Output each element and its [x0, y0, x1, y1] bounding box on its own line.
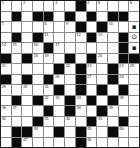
clue-number: 12	[76, 33, 80, 37]
white-cell[interactable]	[129, 127, 139, 137]
white-cell[interactable]	[87, 22, 97, 32]
black-cell	[22, 54, 32, 64]
white-cell[interactable]	[33, 85, 43, 95]
white-cell[interactable]	[54, 106, 64, 116]
white-cell[interactable]	[22, 64, 32, 74]
white-cell[interactable]: 16	[33, 43, 43, 53]
white-cell[interactable]: 23	[87, 64, 97, 74]
symbol-cell[interactable]: ⊙	[129, 33, 139, 43]
symbol-cell[interactable]: ▪	[129, 22, 139, 32]
black-cell	[65, 106, 75, 116]
white-cell[interactable]	[97, 12, 107, 22]
white-cell[interactable]	[33, 64, 43, 74]
white-cell[interactable]: 39	[108, 106, 118, 116]
white-cell[interactable]	[97, 64, 107, 74]
clue-number: 16	[34, 43, 38, 47]
clue-number: 32	[44, 96, 48, 100]
black-cell	[108, 96, 118, 106]
black-cell	[108, 127, 118, 137]
white-cell[interactable]: 41	[44, 117, 54, 127]
clue-number: 14	[2, 43, 6, 47]
black-cell	[87, 54, 97, 64]
clue-number: 17	[55, 43, 59, 47]
black-cell	[44, 75, 54, 85]
black-cell	[76, 85, 86, 95]
white-cell[interactable]	[129, 117, 139, 127]
white-cell[interactable]	[65, 43, 75, 53]
clue-number: 44	[34, 127, 38, 131]
black-cell	[33, 12, 43, 22]
white-cell[interactable]: 6	[129, 1, 139, 11]
white-cell[interactable]: 10	[108, 22, 118, 32]
clue-number: 45	[87, 127, 91, 131]
black-cell	[12, 138, 22, 148]
black-cell	[87, 33, 97, 43]
white-cell[interactable]: 2	[22, 1, 32, 11]
clue-number: 18	[34, 54, 38, 58]
clue-number: 1	[2, 1, 4, 5]
clue-number: 27	[87, 75, 91, 79]
white-cell[interactable]	[22, 43, 32, 53]
white-cell[interactable]	[12, 22, 22, 32]
white-cell[interactable]	[65, 138, 75, 148]
white-cell[interactable]: 34	[76, 96, 86, 106]
clue-number: 34	[76, 96, 80, 100]
white-cell[interactable]: 30	[22, 85, 32, 95]
black-cell	[65, 96, 75, 106]
white-cell[interactable]	[12, 85, 22, 95]
clue-number: 20	[98, 54, 102, 58]
black-cell	[108, 12, 118, 22]
clue-number: 9	[66, 22, 68, 26]
white-cell[interactable]	[108, 117, 118, 127]
clue-number: 33	[55, 96, 59, 100]
white-cell[interactable]: 46	[119, 127, 129, 137]
white-cell[interactable]	[108, 54, 118, 64]
white-cell[interactable]	[44, 138, 54, 148]
white-cell[interactable]	[33, 1, 43, 11]
white-cell[interactable]	[108, 33, 118, 43]
clue-number: 25	[130, 64, 134, 68]
white-cell[interactable]	[108, 138, 118, 148]
cell-symbol-icon: ⊙	[131, 34, 137, 41]
crossword-puzzle: 12345678910▪111213⊙14151617▪181920212223…	[0, 0, 140, 148]
clue-number: 15	[12, 43, 16, 47]
black-cell	[76, 127, 86, 137]
white-cell[interactable]	[97, 127, 107, 137]
black-cell	[76, 64, 86, 74]
white-cell[interactable]	[22, 117, 32, 127]
black-cell	[12, 96, 22, 106]
white-cell[interactable]	[12, 54, 22, 64]
white-cell[interactable]: 12	[76, 33, 86, 43]
black-cell	[65, 54, 75, 64]
white-cell[interactable]	[97, 43, 107, 53]
white-cell[interactable]	[65, 1, 75, 11]
black-cell	[87, 12, 97, 22]
black-cell	[119, 54, 129, 64]
clue-number: 38	[76, 106, 80, 110]
clue-number: 31	[44, 85, 48, 89]
white-cell[interactable]	[22, 96, 32, 106]
white-cell[interactable]	[97, 96, 107, 106]
white-cell[interactable]: 22	[65, 64, 75, 74]
crossword-board: 12345678910▪111213⊙14151617▪181920212223…	[0, 0, 140, 148]
clue-number: 8	[44, 22, 46, 26]
black-cell	[12, 127, 22, 137]
white-cell[interactable]	[87, 43, 97, 53]
white-cell[interactable]	[76, 12, 86, 22]
clue-number: 43	[98, 117, 102, 121]
clue-number: 35	[119, 96, 123, 100]
black-cell	[33, 33, 43, 43]
white-cell[interactable]	[76, 117, 86, 127]
white-cell[interactable]	[22, 12, 32, 22]
clue-number: 26	[55, 75, 59, 79]
white-cell[interactable]	[44, 1, 54, 11]
white-cell[interactable]	[33, 75, 43, 85]
clue-number: 40	[2, 117, 6, 121]
white-cell[interactable]	[108, 85, 118, 95]
white-cell[interactable]	[54, 33, 64, 43]
white-cell[interactable]	[65, 33, 75, 43]
white-cell[interactable]: 38	[76, 106, 86, 116]
clue-number: 24	[119, 64, 123, 68]
clue-number: 6	[130, 1, 132, 5]
clue-number: 36	[2, 106, 6, 110]
white-cell[interactable]	[44, 64, 54, 74]
white-cell[interactable]: 7	[1, 22, 11, 32]
white-cell[interactable]: 15	[12, 43, 22, 53]
white-cell[interactable]: 35	[119, 96, 129, 106]
white-cell[interactable]	[33, 138, 43, 148]
white-cell[interactable]	[129, 138, 139, 148]
black-cell	[1, 54, 11, 64]
black-cell	[119, 43, 129, 53]
black-cell	[1, 75, 11, 85]
white-cell[interactable]: 27	[87, 75, 97, 85]
white-cell[interactable]: 48	[87, 138, 97, 148]
clue-number: 10	[108, 22, 112, 26]
clue-number: 5	[98, 1, 100, 5]
clue-number: 19	[44, 54, 48, 58]
white-cell[interactable]: 5	[97, 1, 107, 11]
white-cell[interactable]: 3	[54, 1, 64, 11]
white-cell[interactable]	[22, 106, 32, 116]
white-cell[interactable]	[76, 43, 86, 53]
white-cell[interactable]	[12, 117, 22, 127]
white-cell[interactable]: 44	[33, 127, 43, 137]
clue-number: 37	[12, 106, 16, 110]
clue-number: 28	[119, 75, 123, 79]
white-cell[interactable]	[108, 1, 118, 11]
white-cell[interactable]: 1	[1, 1, 11, 11]
white-cell[interactable]	[65, 85, 75, 95]
white-cell[interactable]	[119, 106, 129, 116]
white-cell[interactable]	[12, 1, 22, 11]
white-cell[interactable]: 43	[97, 117, 107, 127]
white-cell[interactable]	[129, 12, 139, 22]
black-cell	[22, 127, 32, 137]
white-cell[interactable]: 28	[119, 75, 129, 85]
white-cell[interactable]	[54, 117, 64, 127]
black-cell	[54, 64, 64, 74]
white-cell[interactable]	[54, 22, 64, 32]
white-cell[interactable]	[54, 138, 64, 148]
black-cell	[76, 75, 86, 85]
black-cell	[119, 12, 129, 22]
black-cell	[33, 117, 43, 127]
white-cell[interactable]: 31	[44, 85, 54, 95]
white-cell[interactable]	[119, 138, 129, 148]
black-cell	[119, 85, 129, 95]
white-cell[interactable]: 26	[54, 75, 64, 85]
clue-number: 48	[87, 138, 91, 142]
cell-symbol-icon: ▪	[132, 23, 137, 30]
white-cell[interactable]	[22, 22, 32, 32]
clue-number: 22	[66, 64, 70, 68]
black-cell	[119, 117, 129, 127]
white-cell[interactable]: 20	[97, 54, 107, 64]
white-cell[interactable]	[65, 127, 75, 137]
white-cell[interactable]	[1, 138, 11, 148]
white-cell[interactable]	[129, 85, 139, 95]
white-cell[interactable]: 29	[1, 85, 11, 95]
white-cell[interactable]	[1, 127, 11, 137]
clue-number: 47	[23, 138, 27, 142]
white-cell[interactable]: 47	[22, 138, 32, 148]
clue-number: 39	[108, 106, 112, 110]
clue-number: 23	[87, 64, 91, 68]
clue-number: 41	[44, 117, 48, 121]
white-cell[interactable]: 19	[44, 54, 54, 64]
black-cell	[97, 85, 107, 95]
white-cell[interactable]	[1, 33, 11, 43]
white-cell[interactable]: 45	[87, 127, 97, 137]
white-cell[interactable]	[22, 33, 32, 43]
white-cell[interactable]: 37	[12, 106, 22, 116]
white-cell[interactable]	[65, 75, 75, 85]
black-cell	[65, 12, 75, 22]
clue-number: 13	[98, 33, 102, 37]
black-cell	[76, 138, 86, 148]
white-cell[interactable]: 9	[65, 22, 75, 32]
black-cell	[76, 1, 86, 11]
cell-symbol-icon: ▪	[132, 44, 137, 51]
black-cell	[97, 22, 107, 32]
clue-number: 30	[23, 85, 27, 89]
clue-number: 21	[2, 64, 6, 68]
white-cell[interactable]	[33, 106, 43, 116]
white-cell[interactable]: 33	[54, 96, 64, 106]
black-cell	[87, 117, 97, 127]
white-cell[interactable]	[12, 75, 22, 85]
clue-number: 2	[23, 1, 25, 5]
clue-number: 42	[66, 117, 70, 121]
white-cell[interactable]	[119, 22, 129, 32]
white-cell[interactable]	[129, 96, 139, 106]
white-cell[interactable]: 11	[44, 33, 54, 43]
white-cell[interactable]: 21	[1, 64, 11, 74]
white-cell[interactable]	[129, 106, 139, 116]
clue-number: 46	[119, 127, 123, 131]
black-cell	[22, 75, 32, 85]
white-cell[interactable]: 18	[33, 54, 43, 64]
white-cell[interactable]	[108, 43, 118, 53]
white-cell[interactable]	[33, 22, 43, 32]
white-cell[interactable]: 24	[119, 64, 129, 74]
black-cell	[129, 54, 139, 64]
black-cell	[33, 96, 43, 106]
white-cell[interactable]: 13	[97, 33, 107, 43]
black-cell	[108, 75, 118, 85]
white-cell[interactable]	[129, 75, 139, 85]
black-cell	[76, 22, 86, 32]
black-cell	[97, 106, 107, 116]
white-cell[interactable]	[44, 127, 54, 137]
symbol-cell[interactable]: ▪	[129, 43, 139, 53]
black-cell	[54, 127, 64, 137]
black-cell	[12, 33, 22, 43]
black-cell	[44, 43, 54, 53]
white-cell[interactable]: 40	[1, 117, 11, 127]
black-cell	[44, 106, 54, 116]
white-cell[interactable]: 25	[129, 64, 139, 74]
black-cell	[44, 12, 54, 22]
black-cell	[87, 96, 97, 106]
white-cell[interactable]	[54, 12, 64, 22]
white-cell[interactable]	[97, 75, 107, 85]
white-cell[interactable]: 36	[1, 106, 11, 116]
clue-number: 3	[55, 1, 57, 5]
white-cell[interactable]	[87, 85, 97, 95]
white-cell[interactable]	[97, 138, 107, 148]
black-cell	[119, 33, 129, 43]
white-cell[interactable]	[87, 106, 97, 116]
white-cell[interactable]	[1, 12, 11, 22]
white-cell[interactable]	[12, 64, 22, 74]
white-cell[interactable]	[119, 1, 129, 11]
black-cell	[108, 64, 118, 74]
white-cell[interactable]: 14	[1, 43, 11, 53]
white-cell[interactable]	[54, 54, 64, 64]
white-cell[interactable]	[76, 54, 86, 64]
clue-number: 29	[2, 85, 6, 89]
clue-number: 7	[2, 22, 4, 26]
white-cell[interactable]: 17	[54, 43, 64, 53]
black-cell	[54, 85, 64, 95]
white-cell[interactable]: 32	[44, 96, 54, 106]
clue-number: 4	[87, 1, 89, 5]
black-cell	[12, 12, 22, 22]
white-cell[interactable]: 8	[44, 22, 54, 32]
white-cell[interactable]: 4	[87, 1, 97, 11]
clue-number: 11	[44, 33, 48, 37]
white-cell[interactable]: 42	[65, 117, 75, 127]
white-cell[interactable]	[1, 96, 11, 106]
